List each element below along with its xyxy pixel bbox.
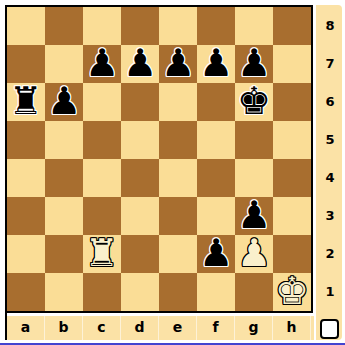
square-g6[interactable]: ♚ <box>235 83 273 121</box>
rank-label-3: 3 <box>316 197 342 235</box>
file-label-d: d <box>121 316 159 340</box>
square-h6[interactable] <box>273 83 311 121</box>
square-h7[interactable] <box>273 45 311 83</box>
square-c6[interactable] <box>83 83 121 121</box>
square-e2[interactable] <box>159 235 197 273</box>
square-f7[interactable]: ♟ <box>197 45 235 83</box>
square-b5[interactable] <box>45 121 83 159</box>
square-g3[interactable]: ♟ <box>235 197 273 235</box>
square-b1[interactable] <box>45 273 83 311</box>
square-d7[interactable]: ♟ <box>121 45 159 83</box>
rank-label-1: 1 <box>316 273 342 311</box>
rank-label-5: 5 <box>316 121 342 159</box>
file-label-e: e <box>159 316 197 340</box>
file-label-h: h <box>273 316 311 340</box>
square-a5[interactable] <box>7 121 45 159</box>
file-label-f: f <box>197 316 235 340</box>
square-f4[interactable] <box>197 159 235 197</box>
square-e7[interactable]: ♟ <box>159 45 197 83</box>
square-e8[interactable] <box>159 7 197 45</box>
square-g4[interactable] <box>235 159 273 197</box>
square-a6[interactable]: ♜ <box>7 83 45 121</box>
square-c1[interactable] <box>83 273 121 311</box>
rank-label-2: 2 <box>316 235 342 273</box>
square-b8[interactable] <box>45 7 83 45</box>
square-h8[interactable] <box>273 7 311 45</box>
square-h3[interactable] <box>273 197 311 235</box>
square-f2[interactable]: ♟ <box>197 235 235 273</box>
square-h4[interactable] <box>273 159 311 197</box>
square-c5[interactable] <box>83 121 121 159</box>
piece-black-pawn-e7[interactable]: ♟ <box>161 44 195 82</box>
piece-black-rook-a6[interactable]: ♜ <box>9 82 43 120</box>
piece-black-pawn-f7[interactable]: ♟ <box>199 44 233 82</box>
square-f3[interactable] <box>197 197 235 235</box>
file-label-a: a <box>7 316 45 340</box>
board-left-border <box>5 5 7 340</box>
square-b3[interactable] <box>45 197 83 235</box>
square-g1[interactable] <box>235 273 273 311</box>
square-g2[interactable]: ♟ <box>235 235 273 273</box>
square-e6[interactable] <box>159 83 197 121</box>
square-a4[interactable] <box>7 159 45 197</box>
piece-black-pawn-f2[interactable]: ♟ <box>199 234 233 272</box>
rank-label-8: 8 <box>316 7 342 45</box>
piece-black-pawn-c7[interactable]: ♟ <box>85 44 119 82</box>
square-b4[interactable] <box>45 159 83 197</box>
square-a8[interactable] <box>7 7 45 45</box>
square-c8[interactable] <box>83 7 121 45</box>
piece-black-king-g6[interactable]: ♚ <box>237 82 271 120</box>
file-coordinates-strip: abcdefgh <box>5 316 314 340</box>
square-g7[interactable]: ♟ <box>235 45 273 83</box>
square-b2[interactable] <box>45 235 83 273</box>
piece-black-pawn-d7[interactable]: ♟ <box>123 44 157 82</box>
piece-black-pawn-g7[interactable]: ♟ <box>237 44 271 82</box>
board: ♟♟♟♟♟♜♟♚♟♜♟♟♚ <box>7 7 311 311</box>
square-e3[interactable] <box>159 197 197 235</box>
square-d1[interactable] <box>121 273 159 311</box>
side-to-move-indicator-white-icon <box>320 319 339 339</box>
square-f1[interactable] <box>197 273 235 311</box>
square-e5[interactable] <box>159 121 197 159</box>
square-d4[interactable] <box>121 159 159 197</box>
file-label-g: g <box>235 316 273 340</box>
square-c7[interactable]: ♟ <box>83 45 121 83</box>
rank-label-7: 7 <box>316 45 342 83</box>
square-h5[interactable] <box>273 121 311 159</box>
square-d6[interactable] <box>121 83 159 121</box>
square-e1[interactable] <box>159 273 197 311</box>
square-a2[interactable] <box>7 235 45 273</box>
square-a3[interactable] <box>7 197 45 235</box>
square-g5[interactable] <box>235 121 273 159</box>
rank-label-6: 6 <box>316 83 342 121</box>
square-c3[interactable] <box>83 197 121 235</box>
square-b6[interactable]: ♟ <box>45 83 83 121</box>
piece-white-pawn-g2[interactable]: ♟ <box>237 234 271 272</box>
square-b7[interactable] <box>45 45 83 83</box>
square-e4[interactable] <box>159 159 197 197</box>
square-d3[interactable] <box>121 197 159 235</box>
square-c4[interactable] <box>83 159 121 197</box>
square-d8[interactable] <box>121 7 159 45</box>
file-label-b: b <box>45 316 83 340</box>
file-label-c: c <box>83 316 121 340</box>
chess-diagram: ♟♟♟♟♟♜♟♚♟♜♟♟♚ 87654321 abcdefgh <box>0 0 345 345</box>
square-h1[interactable]: ♚ <box>273 273 311 311</box>
piece-black-pawn-b6[interactable]: ♟ <box>47 82 81 120</box>
square-d2[interactable] <box>121 235 159 273</box>
board-border: ♟♟♟♟♟♜♟♚♟♜♟♟♚ <box>5 5 313 313</box>
square-h2[interactable] <box>273 235 311 273</box>
square-f5[interactable] <box>197 121 235 159</box>
square-d5[interactable] <box>121 121 159 159</box>
square-c2[interactable]: ♜ <box>83 235 121 273</box>
square-f6[interactable] <box>197 83 235 121</box>
piece-white-king-h1[interactable]: ♚ <box>275 272 309 310</box>
square-f8[interactable] <box>197 7 235 45</box>
rank-coordinates-strip: 87654321 <box>316 5 342 340</box>
square-a7[interactable] <box>7 45 45 83</box>
rank-label-4: 4 <box>316 159 342 197</box>
square-g8[interactable] <box>235 7 273 45</box>
piece-white-rook-c2[interactable]: ♜ <box>85 234 119 272</box>
square-a1[interactable] <box>7 273 45 311</box>
piece-black-pawn-g3[interactable]: ♟ <box>237 196 271 234</box>
